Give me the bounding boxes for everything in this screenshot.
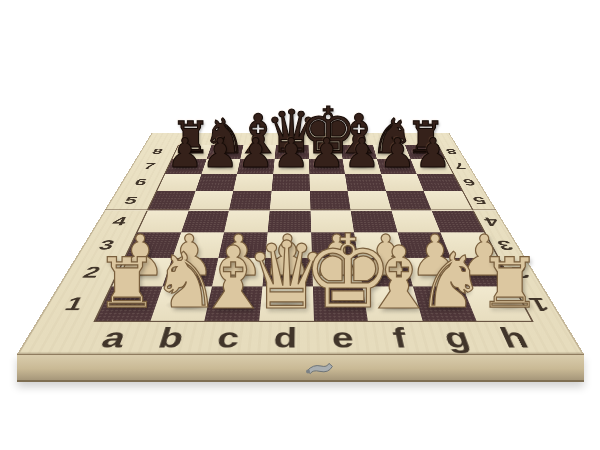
square-a5[interactable] — [148, 191, 195, 210]
square-e7[interactable] — [309, 159, 345, 174]
square-a8[interactable] — [172, 145, 211, 159]
chess-board: abcdefgh 87654321 87654321 — [17, 133, 584, 354]
square-c6[interactable] — [233, 174, 273, 191]
board-front-edge — [17, 354, 584, 382]
square-f6[interactable] — [345, 174, 386, 191]
file-label-h: h — [480, 324, 550, 351]
square-c3[interactable] — [219, 232, 268, 257]
rank-label-left-6: 6 — [116, 174, 164, 191]
square-c8[interactable] — [241, 145, 276, 159]
fold-seam — [104, 209, 496, 210]
square-b7[interactable] — [201, 159, 240, 174]
square-b1[interactable] — [150, 287, 212, 321]
file-labels: abcdefgh — [78, 322, 551, 354]
square-e6[interactable] — [309, 174, 348, 191]
square-d1[interactable] — [259, 287, 313, 321]
square-d8[interactable] — [275, 145, 309, 159]
square-f4[interactable] — [351, 211, 398, 233]
square-e8[interactable] — [308, 145, 342, 159]
square-a7[interactable] — [165, 159, 206, 174]
square-c4[interactable] — [224, 211, 269, 233]
square-c2[interactable] — [212, 258, 265, 287]
file-label-c: c — [197, 324, 258, 351]
square-e2[interactable] — [312, 258, 363, 287]
square-f5[interactable] — [348, 191, 392, 210]
square-e1[interactable] — [312, 287, 367, 321]
latch-icon — [302, 359, 338, 379]
square-b4[interactable] — [181, 211, 229, 233]
file-label-b: b — [138, 324, 203, 351]
square-b6[interactable] — [195, 174, 237, 191]
rank-label-left-7: 7 — [127, 159, 172, 174]
square-d7[interactable] — [273, 159, 309, 174]
square-f3[interactable] — [354, 232, 404, 257]
square-f2[interactable] — [358, 258, 413, 287]
square-d6[interactable] — [271, 174, 309, 191]
square-f7[interactable] — [343, 159, 381, 174]
file-label-d: d — [256, 324, 315, 351]
square-b5[interactable] — [189, 191, 234, 210]
file-label-f: f — [369, 324, 432, 351]
square-d5[interactable] — [270, 191, 311, 210]
square-b3[interactable] — [172, 232, 224, 257]
file-label-e: e — [314, 324, 374, 351]
file-label-a: a — [79, 324, 147, 351]
square-e4[interactable] — [310, 211, 354, 233]
rank-label-left-8: 8 — [136, 145, 178, 159]
square-d2[interactable] — [262, 258, 312, 287]
square-f8[interactable] — [341, 145, 377, 159]
square-c1[interactable] — [205, 287, 263, 321]
square-b8[interactable] — [206, 145, 243, 159]
square-e5[interactable] — [310, 191, 351, 210]
square-c7[interactable] — [237, 159, 274, 174]
square-e3[interactable] — [311, 232, 358, 257]
square-c5[interactable] — [229, 191, 271, 210]
square-d4[interactable] — [268, 211, 311, 233]
square-d3[interactable] — [265, 232, 311, 257]
square-a6[interactable] — [157, 174, 201, 191]
square-b2[interactable] — [162, 258, 219, 287]
photo-background: abcdefgh 87654321 87654321 ♜♞♝♛♚♝♞♜♟♟♟♟♟… — [0, 0, 600, 450]
